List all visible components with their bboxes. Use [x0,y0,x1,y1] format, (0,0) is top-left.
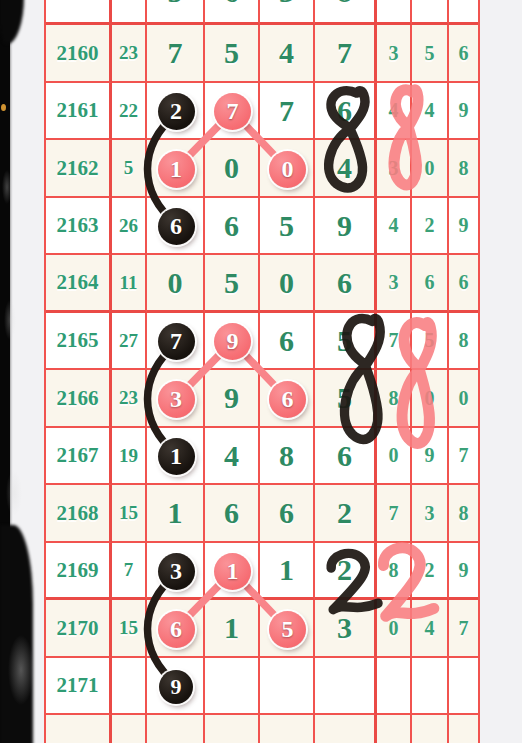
digit-cell-partial-bottom-4 [315,715,377,743]
digit-cell-2160-2: 5 [205,25,260,83]
period-cell-partial-bottom [46,715,112,743]
sum-cell-2165: 27 [112,313,147,370]
sum-cell-2162: 5 [112,140,147,198]
digit-cell-2167-4: 6 [315,428,377,485]
period-cell-2171: 2171 [46,658,112,715]
digit-cell-2169-4: 2 [315,543,377,600]
digit-cell-2167-3: 8 [260,428,315,485]
table-row-2166: 21662395800 [46,370,478,428]
strip-smudge [2,170,12,204]
digit-cell-partial-top-1: 5 [147,0,205,25]
aux-cell-2170-3: 7 [449,600,478,658]
sum-cell-2160: 23 [112,25,147,83]
period-cell-2170: 2170 [46,600,112,658]
digit-cell-2166-3 [260,370,315,428]
table-row-partial-top: 5638 [46,0,478,25]
aux-cell-2168-2: 3 [412,485,449,543]
aux-cell-2164-1: 3 [377,255,412,313]
digit-cell-partial-top-4: 8 [315,0,377,25]
digit-cell-2168-1: 1 [147,485,205,543]
period-cell-2161: 2161 [46,83,112,140]
aux-cell-2170-1: 0 [377,600,412,658]
period-cell-2162: 2162 [46,140,112,198]
aux-cell-2169-3: 9 [449,543,478,600]
period-cell-2165: 2165 [46,313,112,370]
table-row-2163: 216326659429 [46,198,478,255]
aux-cell-2160-3: 6 [449,25,478,83]
table-row-2165: 21652765758 [46,313,478,370]
aux-cell-2160-1: 3 [377,25,412,83]
lottery-chart-page: 5638216023754735621612276449216250430821… [0,0,522,743]
aux-cell-2163-3: 9 [449,198,478,255]
digit-cell-2160-3: 4 [260,25,315,83]
aux-cell-2160-2: 5 [412,25,449,83]
aux-cell-2164-3: 6 [449,255,478,313]
digit-cell-2160-1: 7 [147,25,205,83]
sum-cell-2171 [112,658,147,715]
strip-smudge [4,300,16,340]
period-cell-2164: 2164 [46,255,112,313]
sum-cell-2170: 15 [112,600,147,658]
digit-cell-2168-2: 6 [205,485,260,543]
aux-cell-2171-2 [412,658,449,715]
sum-cell-2169: 7 [112,543,147,600]
table-row-2162: 2162504308 [46,140,478,198]
digit-cell-partial-bottom-1 [147,715,205,743]
period-cell-2168: 2168 [46,485,112,543]
photo-strip-top-widening [0,0,24,44]
aux-cell-2162-1: 3 [377,140,412,198]
digit-cell-2162-1 [147,140,205,198]
sum-cell-partial-bottom [112,715,147,743]
aux-cell-partial-top-3 [449,0,478,25]
digit-cell-2168-4: 2 [315,485,377,543]
table-row-2170: 21701513047 [46,600,478,658]
digit-cell-2170-3 [260,600,315,658]
digit-cell-2165-1 [147,313,205,370]
digit-cell-2170-1 [147,600,205,658]
cropped-digit: 6 [205,0,258,9]
cropped-digit: 5 [147,0,203,9]
sum-cell-2167: 19 [112,428,147,485]
period-cell-2166: 2166 [46,370,112,428]
table-row-2169: 2169712829 [46,543,478,600]
digit-cell-2165-3: 6 [260,313,315,370]
digit-cell-2171-2 [205,658,260,715]
digit-cell-partial-bottom-3 [260,715,315,743]
sum-cell-2166: 23 [112,370,147,428]
digit-cell-2169-2 [205,543,260,600]
aux-cell-2165-1: 7 [377,313,412,370]
aux-cell-2166-3: 0 [449,370,478,428]
digit-cell-2161-4: 6 [315,83,377,140]
sum-cell-2161: 22 [112,83,147,140]
digit-cell-2169-1 [147,543,205,600]
digit-cell-2164-1: 0 [147,255,205,313]
aux-cell-partial-top-1 [377,0,412,25]
digit-cell-2161-1 [147,83,205,140]
aux-cell-2163-2: 2 [412,198,449,255]
aux-cell-2171-1 [377,658,412,715]
aux-cell-2166-2: 0 [412,370,449,428]
table-row-partial-bottom [46,715,478,743]
digit-cell-2165-4: 5 [315,313,377,370]
sum-cell-2163: 26 [112,198,147,255]
table-row-2161: 21612276449 [46,83,478,140]
aux-cell-2165-3: 8 [449,313,478,370]
digit-cell-2168-3: 6 [260,485,315,543]
aux-cell-2166-1: 8 [377,370,412,428]
digit-cell-2166-4: 5 [315,370,377,428]
digit-cell-2161-3: 7 [260,83,315,140]
aux-cell-2161-1: 4 [377,83,412,140]
digit-cell-2171-3 [260,658,315,715]
digit-cell-2171-4 [315,658,377,715]
aux-cell-2167-2: 9 [412,428,449,485]
aux-cell-2167-3: 7 [449,428,478,485]
aux-cell-2163-1: 4 [377,198,412,255]
period-cell-partial-top [46,0,112,25]
digit-cell-2164-2: 5 [205,255,260,313]
digit-cell-2162-4: 4 [315,140,377,198]
orange-speck [1,104,6,111]
table-row-2160: 2160237547356 [46,25,478,83]
digit-cell-2163-1 [147,198,205,255]
cropped-digit: 8 [315,0,374,9]
table-row-2164: 2164110506366 [46,255,478,313]
aux-cell-2167-1: 0 [377,428,412,485]
aux-cell-2169-2: 2 [412,543,449,600]
photo-strip-bottom-widening [0,525,33,743]
aux-cell-2162-3: 8 [449,140,478,198]
period-cell-2169: 2169 [46,543,112,600]
aux-cell-2164-2: 6 [412,255,449,313]
cropped-digit: 3 [260,0,313,9]
period-cell-2160: 2160 [46,25,112,83]
digit-cell-2165-2 [205,313,260,370]
digit-cell-2162-3 [260,140,315,198]
table-row-2167: 216719486097 [46,428,478,485]
aux-cell-partial-bottom-1 [377,715,412,743]
digit-cell-2167-2: 4 [205,428,260,485]
left-photo-strip [0,0,10,743]
table-row-2171: 2171 [46,658,478,715]
aux-cell-2170-2: 4 [412,600,449,658]
digit-cell-partial-bottom-2 [205,715,260,743]
aux-cell-2162-2: 0 [412,140,449,198]
strip-smudge [8,635,34,705]
trend-table: 5638216023754735621612276449216250430821… [44,0,480,743]
digit-cell-partial-top-3: 3 [260,0,315,25]
aux-cell-2168-1: 7 [377,485,412,543]
digit-cell-2160-4: 7 [315,25,377,83]
digit-cell-2169-3: 1 [260,543,315,600]
sum-cell-2164: 11 [112,255,147,313]
aux-cell-partial-bottom-2 [412,715,449,743]
aux-cell-partial-bottom-3 [449,715,478,743]
period-cell-2163: 2163 [46,198,112,255]
aux-cell-2171-3 [449,658,478,715]
digit-cell-2166-1 [147,370,205,428]
digit-cell-2170-2: 1 [205,600,260,658]
aux-cell-2169-1: 8 [377,543,412,600]
aux-cell-2161-2: 4 [412,83,449,140]
digit-cell-2163-4: 9 [315,198,377,255]
aux-cell-2168-3: 8 [449,485,478,543]
digit-cell-2162-2: 0 [205,140,260,198]
digit-cell-2166-2: 9 [205,370,260,428]
digit-cell-2164-3: 0 [260,255,315,313]
digit-cell-2171-1 [147,658,205,715]
digit-cell-2167-1 [147,428,205,485]
digit-cell-2163-3: 5 [260,198,315,255]
aux-cell-2165-2: 5 [412,313,449,370]
sum-cell-partial-top [112,0,147,25]
table-row-2168: 2168151662738 [46,485,478,543]
period-cell-2167: 2167 [46,428,112,485]
digit-cell-2164-4: 6 [315,255,377,313]
aux-cell-2161-3: 9 [449,83,478,140]
digit-cell-2163-2: 6 [205,198,260,255]
digit-cell-2170-4: 3 [315,600,377,658]
sum-cell-2168: 15 [112,485,147,543]
digit-cell-partial-top-2: 6 [205,0,260,25]
aux-cell-partial-top-2 [412,0,449,25]
strip-smudge [6,470,22,516]
digit-cell-2161-2 [205,83,260,140]
